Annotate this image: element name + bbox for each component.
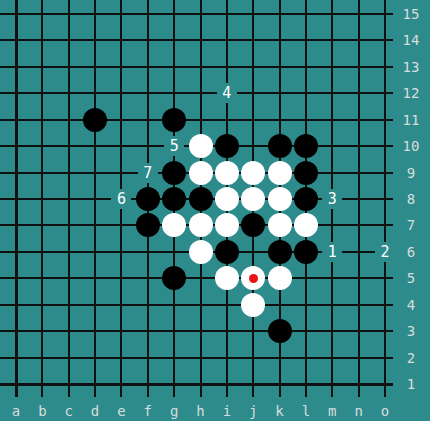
move-label-7: 7 xyxy=(138,163,158,183)
move-label-4: 4 xyxy=(217,83,237,103)
stone-black-g11[interactable] xyxy=(162,108,186,132)
stone-white-k5[interactable] xyxy=(268,266,292,290)
grid-line-h-11 xyxy=(0,119,393,121)
stone-black-f7[interactable] xyxy=(136,213,160,237)
stone-white-i5[interactable] xyxy=(215,266,239,290)
grid-line-v-o xyxy=(384,0,386,397)
row-label-3: 3 xyxy=(397,322,425,340)
stone-white-j4[interactable] xyxy=(241,293,265,317)
grid-line-h-3 xyxy=(0,330,393,332)
move-label-5: 5 xyxy=(164,136,184,156)
col-label-g: g xyxy=(164,403,184,419)
row-label-12: 12 xyxy=(397,84,425,102)
stone-white-i8[interactable] xyxy=(215,187,239,211)
row-label-5: 5 xyxy=(397,269,425,287)
col-label-j: j xyxy=(243,403,263,419)
grid-line-h-13 xyxy=(0,66,393,68)
stone-black-j7[interactable] xyxy=(241,213,265,237)
col-label-a: a xyxy=(6,403,26,419)
stone-white-h7[interactable] xyxy=(189,213,213,237)
stone-black-l10[interactable] xyxy=(294,134,318,158)
move-label-2: 2 xyxy=(375,242,395,262)
stone-white-i9[interactable] xyxy=(215,161,239,185)
stone-black-k6[interactable] xyxy=(268,240,292,264)
col-label-i: i xyxy=(217,403,237,419)
stone-white-h10[interactable] xyxy=(189,134,213,158)
grid-line-v-c xyxy=(68,0,70,397)
stone-black-d11[interactable] xyxy=(83,108,107,132)
row-label-2: 2 xyxy=(397,349,425,367)
stone-black-i6[interactable] xyxy=(215,240,239,264)
grid-line-h-1 xyxy=(0,383,393,386)
grid-line-v-b xyxy=(41,0,43,397)
col-label-d: d xyxy=(85,403,105,419)
row-label-13: 13 xyxy=(397,58,425,76)
stone-white-k7[interactable] xyxy=(268,213,292,237)
stone-black-g9[interactable] xyxy=(162,161,186,185)
stone-black-l8[interactable] xyxy=(294,187,318,211)
stone-white-j8[interactable] xyxy=(241,187,265,211)
row-label-6: 6 xyxy=(397,243,425,261)
row-label-7: 7 xyxy=(397,216,425,234)
grid-line-h-5 xyxy=(0,277,393,279)
col-label-l: l xyxy=(296,403,316,419)
move-label-6: 6 xyxy=(111,189,131,209)
stone-white-i7[interactable] xyxy=(215,213,239,237)
move-label-3: 3 xyxy=(322,189,342,209)
move-label-1: 1 xyxy=(322,242,342,262)
row-label-11: 11 xyxy=(397,111,425,129)
col-label-c: c xyxy=(59,403,79,419)
col-label-m: m xyxy=(322,403,342,419)
row-label-4: 4 xyxy=(397,296,425,314)
stone-black-l6[interactable] xyxy=(294,240,318,264)
stone-white-j9[interactable] xyxy=(241,161,265,185)
stone-white-h9[interactable] xyxy=(189,161,213,185)
grid-line-h-2 xyxy=(0,357,393,359)
stone-black-f8[interactable] xyxy=(136,187,160,211)
row-label-8: 8 xyxy=(397,190,425,208)
grid-line-v-a xyxy=(15,0,18,397)
stone-white-g7[interactable] xyxy=(162,213,186,237)
row-label-15: 15 xyxy=(397,5,425,23)
stone-black-k10[interactable] xyxy=(268,134,292,158)
row-label-9: 9 xyxy=(397,164,425,182)
stone-white-k8[interactable] xyxy=(268,187,292,211)
stone-white-h6[interactable] xyxy=(189,240,213,264)
stone-black-g8[interactable] xyxy=(162,187,186,211)
row-label-14: 14 xyxy=(397,31,425,49)
stone-black-h8[interactable] xyxy=(189,187,213,211)
col-label-o: o xyxy=(375,403,395,419)
grid-line-v-d xyxy=(94,0,96,397)
col-label-e: e xyxy=(111,403,131,419)
grid-line-v-n xyxy=(358,0,360,397)
col-label-b: b xyxy=(32,403,52,419)
board-surface[interactable]: abcdefghijklmno1514131211109876543214576… xyxy=(0,0,430,421)
last-move-marker-icon xyxy=(249,274,258,283)
col-label-f: f xyxy=(138,403,158,419)
row-label-10: 10 xyxy=(397,137,425,155)
grid-line-h-14 xyxy=(0,39,393,41)
col-label-h: h xyxy=(191,403,211,419)
row-label-1: 1 xyxy=(397,375,425,393)
stone-white-l7[interactable] xyxy=(294,213,318,237)
stone-black-l9[interactable] xyxy=(294,161,318,185)
stone-black-i10[interactable] xyxy=(215,134,239,158)
grid-line-h-12 xyxy=(0,92,393,94)
stone-black-k3[interactable] xyxy=(268,319,292,343)
grid-line-h-15 xyxy=(0,13,393,15)
col-label-n: n xyxy=(349,403,369,419)
stone-white-k9[interactable] xyxy=(268,161,292,185)
stone-black-g5[interactable] xyxy=(162,266,186,290)
col-label-k: k xyxy=(270,403,290,419)
grid-line-h-4 xyxy=(0,304,393,306)
gomoku-board[interactable]: abcdefghijklmno1514131211109876543214576… xyxy=(0,0,430,421)
